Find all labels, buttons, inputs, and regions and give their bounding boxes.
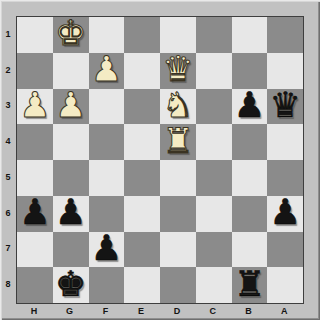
square-a1[interactable] (267, 17, 303, 53)
square-b6[interactable] (232, 196, 268, 232)
square-e6[interactable] (124, 196, 160, 232)
square-b2[interactable] (232, 53, 268, 89)
piece-white-rook[interactable]: ♜ (162, 124, 193, 159)
square-b1[interactable] (232, 17, 268, 53)
square-c5[interactable] (196, 160, 232, 196)
square-c1[interactable] (196, 17, 232, 53)
square-g1[interactable]: ♚ (53, 17, 89, 53)
rank-label-3: 3 (2, 100, 14, 110)
square-c2[interactable] (196, 53, 232, 89)
square-a8[interactable] (267, 267, 303, 303)
piece-black-pawn[interactable]: ♟ (55, 195, 86, 230)
square-d4[interactable]: ♜ (160, 124, 196, 160)
square-h7[interactable] (17, 232, 53, 268)
square-h3[interactable]: ♟ (17, 89, 53, 125)
square-a2[interactable] (267, 53, 303, 89)
square-a6[interactable]: ♟ (267, 196, 303, 232)
square-g5[interactable] (53, 160, 89, 196)
square-g4[interactable] (53, 124, 89, 160)
square-a4[interactable] (267, 124, 303, 160)
rank-label-5: 5 (2, 172, 14, 182)
square-e4[interactable] (124, 124, 160, 160)
file-label-f: F (95, 306, 115, 316)
file-label-a: A (274, 306, 294, 316)
square-g3[interactable]: ♟ (53, 89, 89, 125)
square-h6[interactable]: ♟ (17, 196, 53, 232)
square-e3[interactable] (124, 89, 160, 125)
square-b3[interactable]: ♟ (232, 89, 268, 125)
piece-white-knight[interactable]: ♞ (162, 88, 193, 123)
square-d7[interactable] (160, 232, 196, 268)
piece-black-rook[interactable]: ♜ (234, 267, 265, 302)
rank-label-2: 2 (2, 65, 14, 75)
square-c7[interactable] (196, 232, 232, 268)
square-b8[interactable]: ♜ (232, 267, 268, 303)
square-h1[interactable] (17, 17, 53, 53)
rank-label-4: 4 (2, 136, 14, 146)
file-label-d: D (167, 306, 187, 316)
square-g2[interactable] (53, 53, 89, 89)
square-h4[interactable] (17, 124, 53, 160)
square-b4[interactable] (232, 124, 268, 160)
square-c6[interactable] (196, 196, 232, 232)
file-label-e: E (131, 306, 151, 316)
chessboard-frame: ♚♟♛♟♟♞♟♛♜♟♟♟♟♚♜ 12345678HGFEDCBA (0, 0, 320, 320)
square-d3[interactable]: ♞ (160, 89, 196, 125)
square-f2[interactable]: ♟ (89, 53, 125, 89)
square-a7[interactable] (267, 232, 303, 268)
square-d2[interactable]: ♛ (160, 53, 196, 89)
square-f3[interactable] (89, 89, 125, 125)
square-h5[interactable] (17, 160, 53, 196)
square-b5[interactable] (232, 160, 268, 196)
file-label-g: G (60, 306, 80, 316)
square-e2[interactable] (124, 53, 160, 89)
piece-black-pawn[interactable]: ♟ (19, 195, 50, 230)
piece-black-queen[interactable]: ♛ (269, 88, 300, 123)
square-a3[interactable]: ♛ (267, 89, 303, 125)
square-e5[interactable] (124, 160, 160, 196)
piece-black-pawn[interactable]: ♟ (269, 195, 300, 230)
piece-black-pawn[interactable]: ♟ (234, 88, 265, 123)
piece-black-pawn[interactable]: ♟ (91, 231, 122, 266)
rank-label-1: 1 (2, 29, 14, 39)
rank-label-8: 8 (2, 279, 14, 289)
piece-black-king[interactable]: ♚ (55, 267, 86, 302)
square-h2[interactable] (17, 53, 53, 89)
piece-white-king[interactable]: ♚ (55, 16, 86, 51)
square-e8[interactable] (124, 267, 160, 303)
square-d1[interactable] (160, 17, 196, 53)
piece-white-pawn[interactable]: ♟ (55, 88, 86, 123)
square-c3[interactable] (196, 89, 232, 125)
piece-white-queen[interactable]: ♛ (162, 52, 193, 87)
square-d8[interactable] (160, 267, 196, 303)
square-f6[interactable] (89, 196, 125, 232)
square-a5[interactable] (267, 160, 303, 196)
square-g8[interactable]: ♚ (53, 267, 89, 303)
square-f4[interactable] (89, 124, 125, 160)
chessboard: ♚♟♛♟♟♞♟♛♜♟♟♟♟♚♜ (16, 16, 304, 304)
square-e7[interactable] (124, 232, 160, 268)
piece-white-pawn[interactable]: ♟ (19, 88, 50, 123)
square-d6[interactable] (160, 196, 196, 232)
square-f1[interactable] (89, 17, 125, 53)
square-g6[interactable]: ♟ (53, 196, 89, 232)
square-h8[interactable] (17, 267, 53, 303)
square-g7[interactable] (53, 232, 89, 268)
square-f8[interactable] (89, 267, 125, 303)
square-c8[interactable] (196, 267, 232, 303)
rank-label-6: 6 (2, 208, 14, 218)
square-e1[interactable] (124, 17, 160, 53)
rank-label-7: 7 (2, 243, 14, 253)
square-f7[interactable]: ♟ (89, 232, 125, 268)
square-f5[interactable] (89, 160, 125, 196)
file-label-h: H (24, 306, 44, 316)
square-c4[interactable] (196, 124, 232, 160)
file-label-b: B (238, 306, 258, 316)
piece-white-pawn[interactable]: ♟ (91, 52, 122, 87)
file-label-c: C (203, 306, 223, 316)
square-b7[interactable] (232, 232, 268, 268)
square-d5[interactable] (160, 160, 196, 196)
